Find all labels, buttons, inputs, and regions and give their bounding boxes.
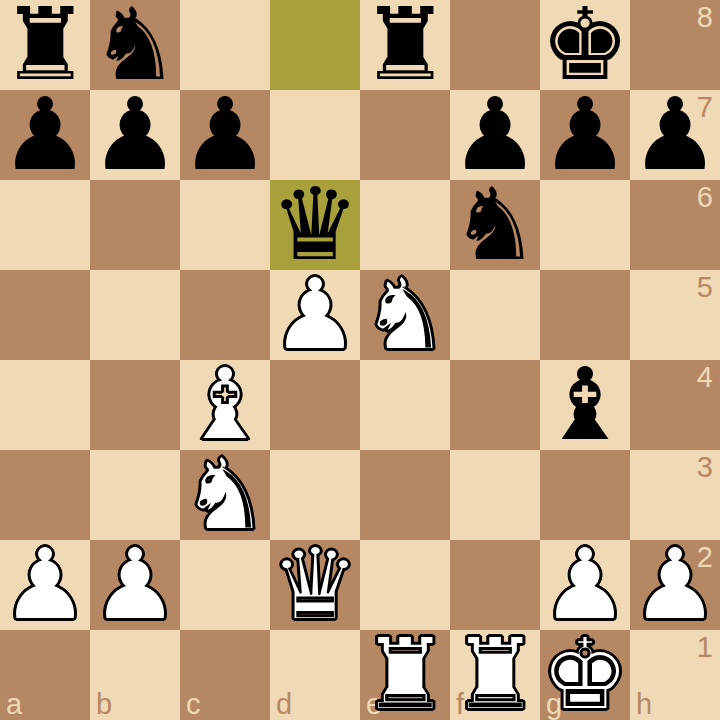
chess-board: ♜♞♜♚8♟♟♟♟♟♟7♛♞6♟♞5♝♝4♞3♟♟♛♟♟2abcd♜e♜f♚gh… <box>0 0 720 720</box>
rank-label-8: 8 <box>697 3 713 32</box>
white-knight[interactable]: ♞ <box>180 450 270 540</box>
square-b4[interactable] <box>90 360 180 450</box>
square-e1[interactable]: ♜e <box>360 630 450 720</box>
square-b6[interactable] <box>90 180 180 270</box>
file-label-b: b <box>96 690 112 719</box>
square-g7[interactable]: ♟ <box>540 90 630 180</box>
white-pawn[interactable]: ♟ <box>270 270 360 360</box>
black-rook[interactable]: ♜ <box>360 0 450 90</box>
square-c2[interactable] <box>180 540 270 630</box>
square-g4[interactable]: ♝ <box>540 360 630 450</box>
square-g6[interactable] <box>540 180 630 270</box>
square-c7[interactable]: ♟ <box>180 90 270 180</box>
rank-label-4: 4 <box>697 363 713 392</box>
square-e7[interactable] <box>360 90 450 180</box>
file-label-d: d <box>276 690 292 719</box>
square-d5[interactable]: ♟ <box>270 270 360 360</box>
square-f4[interactable] <box>450 360 540 450</box>
square-b7[interactable]: ♟ <box>90 90 180 180</box>
square-f6[interactable]: ♞ <box>450 180 540 270</box>
square-d1[interactable]: d <box>270 630 360 720</box>
square-h1[interactable]: h1 <box>630 630 720 720</box>
file-label-a: a <box>6 690 22 719</box>
square-h6[interactable]: 6 <box>630 180 720 270</box>
square-f5[interactable] <box>450 270 540 360</box>
square-c3[interactable]: ♞ <box>180 450 270 540</box>
black-pawn[interactable]: ♟ <box>540 90 630 180</box>
square-a2[interactable]: ♟ <box>0 540 90 630</box>
square-b5[interactable] <box>90 270 180 360</box>
square-h7[interactable]: ♟7 <box>630 90 720 180</box>
white-rook[interactable]: ♜ <box>360 630 450 720</box>
square-e5[interactable]: ♞ <box>360 270 450 360</box>
black-bishop[interactable]: ♝ <box>540 360 630 450</box>
square-h5[interactable]: 5 <box>630 270 720 360</box>
square-d4[interactable] <box>270 360 360 450</box>
file-label-h: h <box>636 690 652 719</box>
square-e3[interactable] <box>360 450 450 540</box>
square-a7[interactable]: ♟ <box>0 90 90 180</box>
white-knight[interactable]: ♞ <box>360 270 450 360</box>
square-e4[interactable] <box>360 360 450 450</box>
square-d2[interactable]: ♛ <box>270 540 360 630</box>
square-a5[interactable] <box>0 270 90 360</box>
square-e8[interactable]: ♜ <box>360 0 450 90</box>
square-b2[interactable]: ♟ <box>90 540 180 630</box>
white-king[interactable]: ♚ <box>540 630 630 720</box>
black-pawn[interactable]: ♟ <box>0 90 90 180</box>
black-pawn[interactable]: ♟ <box>90 90 180 180</box>
file-label-c: c <box>186 690 201 719</box>
white-pawn[interactable]: ♟ <box>630 540 720 630</box>
square-h4[interactable]: 4 <box>630 360 720 450</box>
white-pawn[interactable]: ♟ <box>0 540 90 630</box>
square-f1[interactable]: ♜f <box>450 630 540 720</box>
rank-label-3: 3 <box>697 453 713 482</box>
white-pawn[interactable]: ♟ <box>90 540 180 630</box>
square-c1[interactable]: c <box>180 630 270 720</box>
square-g1[interactable]: ♚g <box>540 630 630 720</box>
square-a6[interactable] <box>0 180 90 270</box>
square-c6[interactable] <box>180 180 270 270</box>
white-rook[interactable]: ♜ <box>450 630 540 720</box>
rank-label-5: 5 <box>697 273 713 302</box>
white-queen[interactable]: ♛ <box>270 540 360 630</box>
square-a4[interactable] <box>0 360 90 450</box>
black-pawn[interactable]: ♟ <box>630 90 720 180</box>
black-knight[interactable]: ♞ <box>450 180 540 270</box>
square-h2[interactable]: ♟2 <box>630 540 720 630</box>
square-d8[interactable] <box>270 0 360 90</box>
square-b1[interactable]: b <box>90 630 180 720</box>
square-f3[interactable] <box>450 450 540 540</box>
square-a1[interactable]: a <box>0 630 90 720</box>
black-pawn[interactable]: ♟ <box>180 90 270 180</box>
